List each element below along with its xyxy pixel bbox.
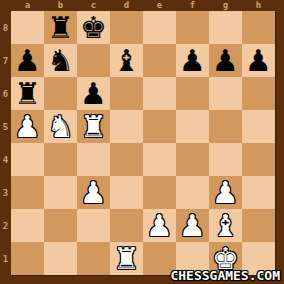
square-e5 xyxy=(143,110,176,143)
square-a4 xyxy=(11,143,44,176)
square-b6 xyxy=(44,77,77,110)
square-g4 xyxy=(209,143,242,176)
piece-black-rook: ♜ xyxy=(14,77,41,110)
square-a6: ♜ xyxy=(11,77,44,110)
square-a7: ♟ xyxy=(11,44,44,77)
rank-label-8: 8 xyxy=(0,11,11,44)
square-f8 xyxy=(176,11,209,44)
square-g6 xyxy=(209,77,242,110)
square-b2 xyxy=(44,209,77,242)
square-c2 xyxy=(77,209,110,242)
square-h7: ♟ xyxy=(242,44,275,77)
piece-white-bishop: ♝ xyxy=(212,209,239,242)
square-e4 xyxy=(143,143,176,176)
square-a2 xyxy=(11,209,44,242)
piece-black-knight: ♞ xyxy=(47,44,74,77)
square-f2: ♟ xyxy=(176,209,209,242)
file-label-f: f xyxy=(176,0,209,11)
piece-white-rook: ♜ xyxy=(113,242,140,275)
square-b7: ♞ xyxy=(44,44,77,77)
rank-label-3: 3 xyxy=(0,176,11,209)
square-g3: ♟ xyxy=(209,176,242,209)
square-h8 xyxy=(242,11,275,44)
piece-black-pawn: ♟ xyxy=(179,44,206,77)
piece-black-pawn: ♟ xyxy=(212,44,239,77)
rank-labels: 87654321 xyxy=(0,11,11,275)
rank-label-4: 4 xyxy=(0,143,11,176)
square-d8 xyxy=(110,11,143,44)
square-a1 xyxy=(11,242,44,275)
file-label-d: d xyxy=(110,0,143,11)
rank-label-2: 2 xyxy=(0,209,11,242)
square-f6 xyxy=(176,77,209,110)
square-h6 xyxy=(242,77,275,110)
chess-diagram: abcdefgh 87654321 ♜♚♟♞♝♟♟♟♜♟♟♞♜♟♟♟♟♝♜♚ C… xyxy=(0,0,284,284)
piece-black-pawn: ♟ xyxy=(245,44,272,77)
square-g8 xyxy=(209,11,242,44)
square-d6 xyxy=(110,77,143,110)
rank-label-5: 5 xyxy=(0,110,11,143)
piece-white-pawn: ♟ xyxy=(14,110,41,143)
square-c6: ♟ xyxy=(77,77,110,110)
square-f3 xyxy=(176,176,209,209)
square-e6 xyxy=(143,77,176,110)
rank-label-1: 1 xyxy=(0,242,11,275)
square-b4 xyxy=(44,143,77,176)
square-d4 xyxy=(110,143,143,176)
square-h2 xyxy=(242,209,275,242)
square-d2 xyxy=(110,209,143,242)
square-c5: ♜ xyxy=(77,110,110,143)
rank-label-7: 7 xyxy=(0,44,11,77)
chess-board: ♜♚♟♞♝♟♟♟♜♟♟♞♜♟♟♟♟♝♜♚ xyxy=(11,11,275,275)
piece-black-rook: ♜ xyxy=(47,11,74,44)
piece-white-knight: ♞ xyxy=(47,110,74,143)
square-h4 xyxy=(242,143,275,176)
square-a5: ♟ xyxy=(11,110,44,143)
square-g2: ♝ xyxy=(209,209,242,242)
square-c3: ♟ xyxy=(77,176,110,209)
square-b5: ♞ xyxy=(44,110,77,143)
piece-white-pawn: ♟ xyxy=(80,176,107,209)
square-d5 xyxy=(110,110,143,143)
file-label-g: g xyxy=(209,0,242,11)
file-label-e: e xyxy=(143,0,176,11)
square-b3 xyxy=(44,176,77,209)
square-c7 xyxy=(77,44,110,77)
square-g7: ♟ xyxy=(209,44,242,77)
square-d3 xyxy=(110,176,143,209)
piece-black-pawn: ♟ xyxy=(14,44,41,77)
piece-black-pawn: ♟ xyxy=(80,77,107,110)
piece-white-pawn: ♟ xyxy=(179,209,206,242)
square-e2: ♟ xyxy=(143,209,176,242)
square-h5 xyxy=(242,110,275,143)
square-a8 xyxy=(11,11,44,44)
piece-white-rook: ♜ xyxy=(80,110,107,143)
piece-black-king: ♚ xyxy=(80,11,107,44)
square-e7 xyxy=(143,44,176,77)
square-f7: ♟ xyxy=(176,44,209,77)
square-c4 xyxy=(77,143,110,176)
square-d7: ♝ xyxy=(110,44,143,77)
piece-white-pawn: ♟ xyxy=(212,176,239,209)
square-h3 xyxy=(242,176,275,209)
square-c1 xyxy=(77,242,110,275)
file-label-a: a xyxy=(11,0,44,11)
square-b1 xyxy=(44,242,77,275)
square-f5 xyxy=(176,110,209,143)
square-e8 xyxy=(143,11,176,44)
piece-black-bishop: ♝ xyxy=(113,44,140,77)
file-label-h: h xyxy=(242,0,275,11)
site-watermark: CHESSGAMES.COM xyxy=(170,268,280,284)
square-b8: ♜ xyxy=(44,11,77,44)
square-d1: ♜ xyxy=(110,242,143,275)
square-g5 xyxy=(209,110,242,143)
square-a3 xyxy=(11,176,44,209)
rank-label-6: 6 xyxy=(0,77,11,110)
square-f4 xyxy=(176,143,209,176)
piece-white-pawn: ♟ xyxy=(146,209,173,242)
square-c8: ♚ xyxy=(77,11,110,44)
square-e3 xyxy=(143,176,176,209)
